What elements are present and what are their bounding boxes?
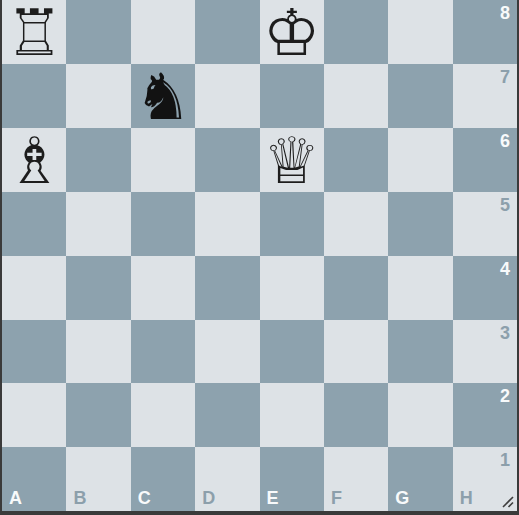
square-e1[interactable]: E [260,447,324,511]
square-d4[interactable] [195,256,259,320]
square-d3[interactable] [195,320,259,384]
square-e3[interactable] [260,320,324,384]
rank-label-4: 4 [500,260,510,278]
square-b6[interactable] [66,128,130,192]
piece-white-bishop[interactable]: ♗ [6,129,63,193]
file-label-d: D [202,489,215,507]
square-d1[interactable]: D [195,447,259,511]
square-c7[interactable]: ♞ [131,64,195,128]
square-d5[interactable] [195,192,259,256]
square-g5[interactable] [388,192,452,256]
square-b2[interactable] [66,383,130,447]
file-label-h: H [460,489,473,507]
square-c8[interactable] [131,0,195,64]
square-h2[interactable]: 2 [453,383,517,447]
square-c5[interactable] [131,192,195,256]
square-c4[interactable] [131,256,195,320]
square-a3[interactable] [2,320,66,384]
square-a7[interactable] [2,64,66,128]
square-f6[interactable] [324,128,388,192]
square-f3[interactable] [324,320,388,384]
square-a1[interactable]: A [2,447,66,511]
rank-label-1: 1 [500,451,510,469]
square-h7[interactable]: 7 [453,64,517,128]
square-b3[interactable] [66,320,130,384]
rank-label-5: 5 [500,196,510,214]
square-g7[interactable] [388,64,452,128]
square-h6[interactable]: 6 [453,128,517,192]
piece-white-rook[interactable]: ♖ [6,1,63,65]
square-f5[interactable] [324,192,388,256]
square-e8[interactable]: ♔ [260,0,324,64]
square-a6[interactable]: ♗ [2,128,66,192]
rank-label-2: 2 [500,387,510,405]
square-g3[interactable] [388,320,452,384]
square-b8[interactable] [66,0,130,64]
square-g1[interactable]: G [388,447,452,511]
square-g4[interactable] [388,256,452,320]
square-g2[interactable] [388,383,452,447]
square-b1[interactable]: B [66,447,130,511]
square-d6[interactable] [195,128,259,192]
square-h8[interactable]: 8 [453,0,517,64]
square-h5[interactable]: 5 [453,192,517,256]
square-a5[interactable] [2,192,66,256]
file-label-g: G [395,489,409,507]
square-g6[interactable] [388,128,452,192]
rank-label-8: 8 [500,4,510,22]
piece-white-king[interactable]: ♔ [263,1,320,65]
square-d7[interactable] [195,64,259,128]
square-e2[interactable] [260,383,324,447]
rank-label-7: 7 [500,68,510,86]
square-a4[interactable] [2,256,66,320]
square-f2[interactable] [324,383,388,447]
square-d8[interactable] [195,0,259,64]
square-f4[interactable] [324,256,388,320]
file-label-f: F [331,489,342,507]
square-e6[interactable]: ♕ [260,128,324,192]
square-e7[interactable] [260,64,324,128]
piece-black-knight[interactable]: ♞ [134,65,191,129]
file-label-e: E [267,489,279,507]
square-e4[interactable] [260,256,324,320]
file-label-b: B [73,489,86,507]
square-c2[interactable] [131,383,195,447]
square-e5[interactable] [260,192,324,256]
file-label-a: A [9,489,22,507]
square-h3[interactable]: 3 [453,320,517,384]
rank-label-6: 6 [500,132,510,150]
square-c6[interactable] [131,128,195,192]
square-a8[interactable]: ♖ [2,0,66,64]
square-h4[interactable]: 4 [453,256,517,320]
resize-grip-icon[interactable] [500,494,514,508]
rank-label-3: 3 [500,324,510,342]
square-c3[interactable] [131,320,195,384]
square-f1[interactable]: F [324,447,388,511]
piece-white-queen[interactable]: ♕ [263,129,320,193]
square-d2[interactable] [195,383,259,447]
square-b5[interactable] [66,192,130,256]
square-b7[interactable] [66,64,130,128]
square-g8[interactable] [388,0,452,64]
square-b4[interactable] [66,256,130,320]
file-label-c: C [138,489,151,507]
chess-board: ♖♔8♞7♗♕65432ABCDEFG1H [0,0,519,515]
square-f8[interactable] [324,0,388,64]
square-a2[interactable] [2,383,66,447]
square-c1[interactable]: C [131,447,195,511]
square-f7[interactable] [324,64,388,128]
